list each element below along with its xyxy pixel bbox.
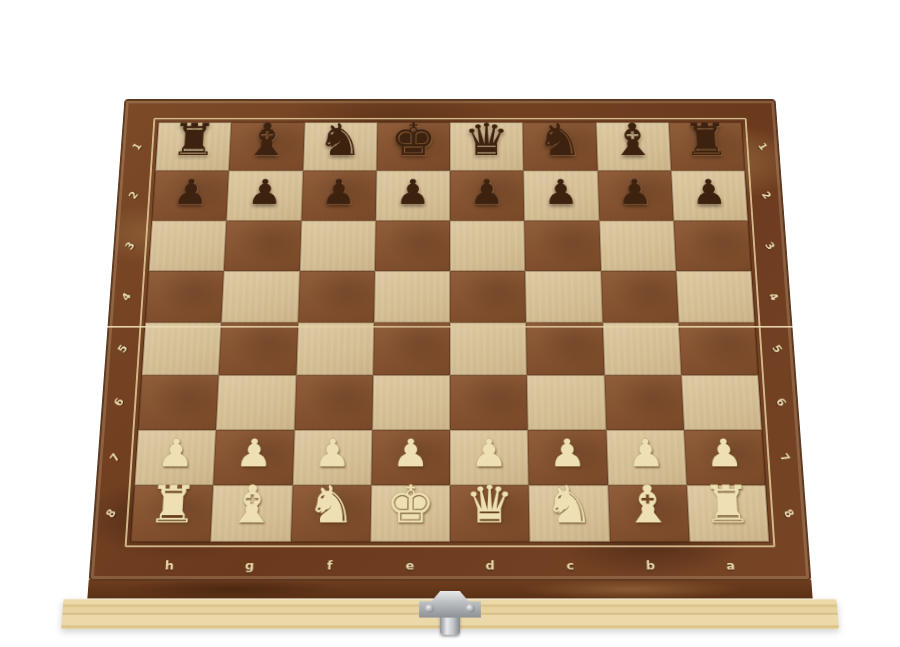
- square-f3[interactable]: [299, 220, 375, 271]
- dark-pawn[interactable]: ♟: [691, 175, 728, 209]
- square-h4[interactable]: [145, 271, 224, 323]
- square-e6[interactable]: [372, 375, 450, 429]
- square-g2[interactable]: ♟: [227, 171, 303, 220]
- square-c5[interactable]: [526, 323, 604, 376]
- light-pawn[interactable]: ♟: [235, 435, 274, 473]
- square-h2[interactable]: ♟: [152, 171, 229, 220]
- file-label-g: g: [209, 557, 290, 572]
- folded-box-pine-edge: [61, 599, 839, 629]
- square-f8[interactable]: ♞: [290, 485, 371, 542]
- dark-pawn[interactable]: ♟: [469, 175, 504, 209]
- square-c1[interactable]: ♞: [523, 122, 597, 170]
- square-d5[interactable]: [450, 323, 527, 376]
- light-pawn[interactable]: ♟: [549, 435, 587, 473]
- inner-border-line: ♜♝♞♚♛♞♝♜♟♟♟♟♟♟♟♟♟♟♟♟♟♟♟♟♜♝♞♚♛♞♝♜: [125, 118, 776, 547]
- file-label-f: f: [289, 557, 370, 572]
- clasp-screw-left: [425, 604, 434, 613]
- dark-pawn[interactable]: ♟: [247, 175, 284, 209]
- square-a4[interactable]: [676, 271, 755, 323]
- square-c6[interactable]: [527, 375, 606, 429]
- square-d3[interactable]: [450, 220, 525, 271]
- file-label-h: h: [129, 557, 210, 572]
- square-a8[interactable]: ♜: [687, 485, 770, 542]
- square-a6[interactable]: [681, 375, 762, 429]
- light-king[interactable]: ♚: [385, 479, 435, 531]
- square-g6[interactable]: [216, 375, 296, 429]
- square-e2[interactable]: ♟: [376, 171, 450, 220]
- square-h5[interactable]: [142, 323, 222, 376]
- square-d4[interactable]: [450, 271, 526, 323]
- square-a2[interactable]: ♟: [671, 171, 748, 220]
- dark-rook[interactable]: ♜: [682, 118, 731, 162]
- square-b1[interactable]: ♝: [596, 122, 671, 170]
- dark-bishop[interactable]: ♝: [609, 118, 657, 162]
- file-label-e: e: [370, 557, 450, 572]
- square-e4[interactable]: [374, 271, 450, 323]
- file-labels-bottom: hgfedcba: [129, 557, 771, 572]
- squares-grid: ♜♝♞♚♛♞♝♜♟♟♟♟♟♟♟♟♟♟♟♟♟♟♟♟♜♝♞♚♛♞♝♜: [131, 122, 769, 541]
- square-f5[interactable]: [296, 323, 374, 376]
- square-b3[interactable]: [599, 220, 676, 271]
- file-label-a: a: [690, 557, 771, 572]
- square-g1[interactable]: ♝: [229, 122, 304, 170]
- light-queen[interactable]: ♛: [465, 479, 515, 531]
- dark-pawn[interactable]: ♟: [172, 175, 209, 209]
- square-e1[interactable]: ♚: [376, 122, 450, 170]
- chess-board: 12345678 12345678 hgfedcba ♜♝♞♚♛♞♝♜♟♟♟♟♟…: [89, 99, 812, 580]
- square-f1[interactable]: ♞: [303, 122, 377, 170]
- metal-clasp[interactable]: [419, 591, 481, 637]
- light-rook[interactable]: ♜: [701, 479, 754, 531]
- folding-chess-set: 12345678 12345678 hgfedcba ♜♝♞♚♛♞♝♜♟♟♟♟♟…: [85, 99, 815, 630]
- dark-knight[interactable]: ♞: [536, 118, 583, 162]
- square-h1[interactable]: ♜: [155, 122, 231, 170]
- light-bishop[interactable]: ♝: [622, 479, 674, 531]
- square-h3[interactable]: [149, 220, 227, 271]
- square-b8[interactable]: ♝: [608, 485, 690, 542]
- square-a1[interactable]: ♜: [669, 122, 745, 170]
- dark-knight[interactable]: ♞: [317, 118, 364, 162]
- square-e3[interactable]: [375, 220, 450, 271]
- square-f2[interactable]: ♟: [301, 171, 376, 220]
- square-f6[interactable]: [294, 375, 373, 429]
- square-b2[interactable]: ♟: [597, 171, 673, 220]
- square-f4[interactable]: [298, 271, 375, 323]
- light-knight[interactable]: ♞: [306, 479, 357, 531]
- square-e5[interactable]: [373, 323, 450, 376]
- dark-pawn[interactable]: ♟: [617, 175, 654, 209]
- fold-seam: [107, 326, 792, 328]
- square-c8[interactable]: ♞: [529, 485, 610, 542]
- square-b5[interactable]: [602, 323, 681, 376]
- dark-bishop[interactable]: ♝: [243, 118, 291, 162]
- square-b6[interactable]: [604, 375, 684, 429]
- dark-pawn[interactable]: ♟: [321, 175, 357, 209]
- square-h8[interactable]: ♜: [131, 485, 214, 542]
- square-c3[interactable]: [524, 220, 600, 271]
- light-rook[interactable]: ♜: [146, 479, 199, 531]
- square-g8[interactable]: ♝: [211, 485, 293, 542]
- dark-pawn[interactable]: ♟: [543, 175, 579, 209]
- file-label-c: c: [530, 557, 611, 572]
- square-b4[interactable]: [601, 271, 679, 323]
- light-pawn[interactable]: ♟: [470, 435, 507, 473]
- light-pawn[interactable]: ♟: [392, 435, 429, 473]
- light-pawn[interactable]: ♟: [156, 435, 195, 473]
- square-g4[interactable]: [222, 271, 300, 323]
- clasp-screw-right: [466, 604, 475, 613]
- light-bishop[interactable]: ♝: [226, 479, 278, 531]
- light-pawn[interactable]: ♟: [313, 435, 351, 473]
- square-c2[interactable]: ♟: [524, 171, 599, 220]
- square-e8[interactable]: ♚: [370, 485, 450, 542]
- square-g5[interactable]: [219, 323, 298, 376]
- square-d6[interactable]: [450, 375, 528, 429]
- square-c4[interactable]: [525, 271, 602, 323]
- square-a3[interactable]: [673, 220, 751, 271]
- square-d8[interactable]: ♛: [450, 485, 530, 542]
- square-d1[interactable]: ♛: [450, 122, 524, 170]
- light-pawn[interactable]: ♟: [705, 435, 744, 473]
- light-pawn[interactable]: ♟: [627, 435, 666, 473]
- square-h6[interactable]: [138, 375, 219, 429]
- dark-king[interactable]: ♚: [390, 118, 436, 162]
- file-label-b: b: [610, 557, 691, 572]
- file-label-d: d: [450, 557, 530, 572]
- light-knight[interactable]: ♞: [543, 479, 594, 531]
- square-d2[interactable]: ♟: [450, 171, 524, 220]
- dark-rook[interactable]: ♜: [170, 118, 219, 162]
- dark-pawn[interactable]: ♟: [395, 175, 430, 209]
- dark-queen[interactable]: ♛: [463, 118, 509, 162]
- square-a5[interactable]: [678, 323, 758, 376]
- product-photo-background: 12345678 12345678 hgfedcba ♜♝♞♚♛♞♝♜♟♟♟♟♟…: [0, 0, 900, 647]
- square-g3[interactable]: [224, 220, 301, 271]
